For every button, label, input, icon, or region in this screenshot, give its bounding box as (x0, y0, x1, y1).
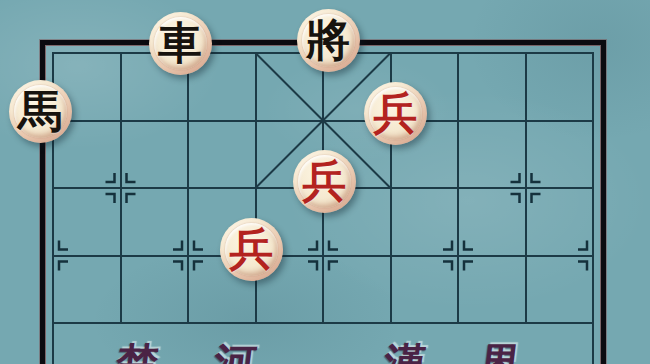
piece-black-chariot[interactable]: 車 (149, 12, 212, 75)
black-horse-glyph: 馬 (9, 80, 72, 143)
red-soldier-3-glyph: 兵 (220, 218, 283, 281)
red-soldier-2-glyph: 兵 (293, 150, 356, 213)
piece-black-general[interactable]: 將 (297, 9, 360, 72)
board-cell[interactable] (458, 256, 526, 324)
board-cell[interactable] (121, 121, 189, 189)
river-right-edge-line (592, 324, 594, 364)
board-cell[interactable] (526, 121, 594, 189)
piece-black-horse[interactable]: 馬 (9, 80, 72, 143)
board-cell[interactable] (526, 256, 594, 324)
black-chariot-glyph: 車 (149, 12, 212, 75)
board-cell[interactable] (391, 256, 459, 324)
board-cell[interactable] (458, 121, 526, 189)
board-cell[interactable] (458, 53, 526, 121)
river-label: 河 (211, 336, 260, 364)
board-cell[interactable] (526, 188, 594, 256)
red-soldier-1-glyph: 兵 (364, 82, 427, 145)
river-label: 漢 (381, 336, 430, 364)
board-cell[interactable] (323, 256, 391, 324)
board-cell[interactable] (121, 256, 189, 324)
black-general-glyph: 將 (297, 9, 360, 72)
river-left-edge-line (52, 324, 54, 364)
board-cell[interactable] (391, 188, 459, 256)
river-label: 楚 (113, 336, 162, 364)
piece-red-soldier-1[interactable]: 兵 (364, 82, 427, 145)
board-cell[interactable] (458, 188, 526, 256)
board-cell[interactable] (188, 121, 256, 189)
piece-red-soldier-2[interactable]: 兵 (293, 150, 356, 213)
board-cell[interactable] (53, 256, 121, 324)
river-label: 界 (476, 336, 525, 364)
board-cell[interactable] (526, 53, 594, 121)
board-cell[interactable] (53, 188, 121, 256)
xiangqi-app-screen: { "game": "xiangqi", "position": { "view… (0, 0, 650, 364)
board-cell[interactable] (121, 188, 189, 256)
piece-red-soldier-3[interactable]: 兵 (220, 218, 283, 281)
